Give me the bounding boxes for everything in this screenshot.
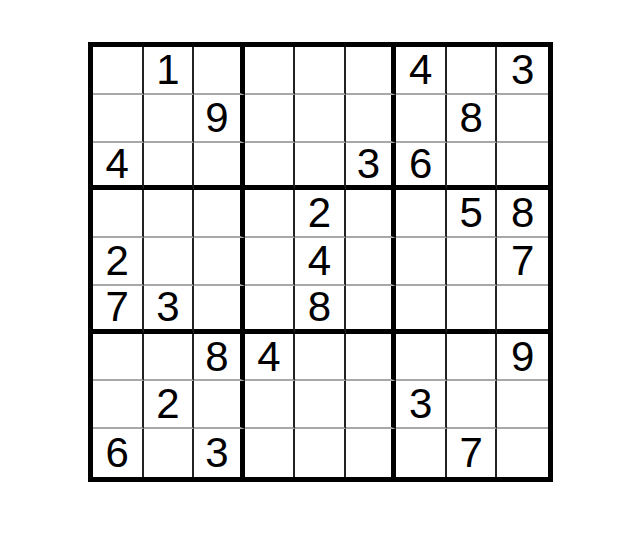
cell-r5c2[interactable] — [144, 238, 195, 286]
cell-r9c4[interactable] — [245, 429, 296, 477]
cell-r4c4[interactable] — [245, 190, 296, 238]
cell-r7c2[interactable] — [144, 334, 195, 382]
cell-r2c3[interactable]: 9 — [194, 95, 245, 143]
cell-r3c2[interactable] — [144, 143, 195, 191]
given-digit: 4 — [308, 240, 331, 282]
cell-r5c9[interactable]: 7 — [497, 238, 548, 286]
cell-r9c1[interactable]: 6 — [93, 429, 144, 477]
cell-r1c3[interactable] — [194, 47, 245, 95]
cell-r6c4[interactable] — [245, 286, 296, 334]
cell-r8c7[interactable]: 3 — [396, 381, 447, 429]
cell-r3c8[interactable] — [447, 143, 498, 191]
given-digit: 9 — [205, 97, 228, 139]
given-digit: 8 — [459, 97, 482, 139]
given-digit: 4 — [409, 49, 432, 91]
given-digit: 3 — [205, 432, 228, 474]
cell-r5c8[interactable] — [447, 238, 498, 286]
cell-r4c5[interactable]: 2 — [295, 190, 346, 238]
cell-r8c1[interactable] — [93, 381, 144, 429]
cell-r4c6[interactable] — [346, 190, 397, 238]
given-digit: 6 — [106, 432, 129, 474]
cell-r5c6[interactable] — [346, 238, 397, 286]
cell-r3c1[interactable]: 4 — [93, 143, 144, 191]
cell-r9c5[interactable] — [295, 429, 346, 477]
given-digit: 2 — [156, 383, 179, 425]
cell-r2c4[interactable] — [245, 95, 296, 143]
given-digit: 8 — [308, 286, 331, 328]
given-digit: 2 — [106, 240, 129, 282]
cell-r1c1[interactable] — [93, 47, 144, 95]
cell-r2c5[interactable] — [295, 95, 346, 143]
cell-r5c1[interactable]: 2 — [93, 238, 144, 286]
cell-r7c5[interactable] — [295, 334, 346, 382]
cell-r2c9[interactable] — [497, 95, 548, 143]
cell-r6c1[interactable]: 7 — [93, 286, 144, 334]
cell-r3c6[interactable]: 3 — [346, 143, 397, 191]
given-digit: 3 — [357, 143, 380, 185]
cell-r7c1[interactable] — [93, 334, 144, 382]
cell-r9c9[interactable] — [497, 429, 548, 477]
cell-r5c5[interactable]: 4 — [295, 238, 346, 286]
given-digit: 1 — [156, 49, 179, 91]
cell-r6c6[interactable] — [346, 286, 397, 334]
cell-r8c6[interactable] — [346, 381, 397, 429]
given-digit: 3 — [409, 383, 432, 425]
given-digit: 8 — [511, 192, 534, 234]
cell-r7c8[interactable] — [447, 334, 498, 382]
given-digit: 8 — [205, 336, 228, 378]
given-digit: 5 — [459, 192, 482, 234]
cell-r8c5[interactable] — [295, 381, 346, 429]
sudoku-board: 1439843625824773884923637 — [88, 42, 553, 482]
cell-r7c9[interactable]: 9 — [497, 334, 548, 382]
cell-r3c4[interactable] — [245, 143, 296, 191]
cell-r9c8[interactable]: 7 — [447, 429, 498, 477]
cell-r9c7[interactable] — [396, 429, 447, 477]
cell-r6c3[interactable] — [194, 286, 245, 334]
cell-r4c3[interactable] — [194, 190, 245, 238]
cell-r8c3[interactable] — [194, 381, 245, 429]
given-digit: 4 — [257, 336, 280, 378]
cell-r8c4[interactable] — [245, 381, 296, 429]
cell-r2c8[interactable]: 8 — [447, 95, 498, 143]
cell-r2c6[interactable] — [346, 95, 397, 143]
given-digit: 7 — [106, 286, 129, 328]
given-digit: 4 — [106, 143, 129, 185]
cell-r9c3[interactable]: 3 — [194, 429, 245, 477]
given-digit: 9 — [511, 336, 534, 378]
cell-r7c6[interactable] — [346, 334, 397, 382]
cell-r6c7[interactable] — [396, 286, 447, 334]
cell-r8c8[interactable] — [447, 381, 498, 429]
cell-r6c9[interactable] — [497, 286, 548, 334]
given-digit: 7 — [511, 240, 534, 282]
cell-r4c2[interactable] — [144, 190, 195, 238]
cell-r5c4[interactable] — [245, 238, 296, 286]
cell-r3c3[interactable] — [194, 143, 245, 191]
given-digit: 7 — [459, 432, 482, 474]
cell-r1c7[interactable]: 4 — [396, 47, 447, 95]
cell-r6c8[interactable] — [447, 286, 498, 334]
given-digit: 6 — [409, 143, 432, 185]
cell-r2c1[interactable] — [93, 95, 144, 143]
cell-r1c5[interactable] — [295, 47, 346, 95]
cell-r3c5[interactable] — [295, 143, 346, 191]
cell-r6c5[interactable]: 8 — [295, 286, 346, 334]
cell-r5c3[interactable] — [194, 238, 245, 286]
cell-r8c2[interactable]: 2 — [144, 381, 195, 429]
cell-r1c6[interactable] — [346, 47, 397, 95]
page: 1439843625824773884923637 — [0, 0, 640, 540]
cell-r2c7[interactable] — [396, 95, 447, 143]
cell-r1c2[interactable]: 1 — [144, 47, 195, 95]
cell-r9c6[interactable] — [346, 429, 397, 477]
cell-r4c7[interactable] — [396, 190, 447, 238]
cell-r3c7[interactable]: 6 — [396, 143, 447, 191]
given-digit: 2 — [308, 192, 331, 234]
cell-r1c4[interactable] — [245, 47, 296, 95]
cell-r6c2[interactable]: 3 — [144, 286, 195, 334]
cell-r7c7[interactable] — [396, 334, 447, 382]
cell-r4c8[interactable]: 5 — [447, 190, 498, 238]
cell-r9c2[interactable] — [144, 429, 195, 477]
cell-r7c3[interactable]: 8 — [194, 334, 245, 382]
given-digit: 3 — [156, 286, 179, 328]
cell-r8c9[interactable] — [497, 381, 548, 429]
cell-r2c2[interactable] — [144, 95, 195, 143]
cell-r5c7[interactable] — [396, 238, 447, 286]
cell-r1c9[interactable]: 3 — [497, 47, 548, 95]
cell-r7c4[interactable]: 4 — [245, 334, 296, 382]
cell-r3c9[interactable] — [497, 143, 548, 191]
cell-r4c1[interactable] — [93, 190, 144, 238]
given-digit: 3 — [511, 49, 534, 91]
cell-r1c8[interactable] — [447, 47, 498, 95]
cell-r4c9[interactable]: 8 — [497, 190, 548, 238]
